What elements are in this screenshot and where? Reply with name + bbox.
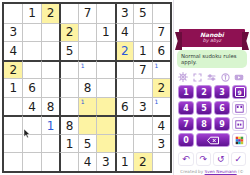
given-digit: 2: [139, 156, 147, 168]
cell-r9c2[interactable]: [22, 152, 40, 171]
cell-r2c2[interactable]: [22, 23, 40, 42]
cell-r7c7[interactable]: [115, 115, 133, 134]
given-digit: 5: [84, 138, 92, 150]
cell-r4c1[interactable]: 2: [4, 60, 22, 79]
digit-9-button[interactable]: 9: [214, 117, 230, 131]
digit-6-button[interactable]: 6: [214, 101, 230, 115]
cell-r4c6[interactable]: [96, 60, 114, 79]
given-digit: 3: [139, 101, 147, 113]
cell-r3c9[interactable]: 6: [152, 41, 170, 60]
cell-r5c1[interactable]: 1: [4, 78, 22, 97]
cell-r2c3[interactable]: [41, 23, 59, 42]
redo-button[interactable]: ↷: [196, 152, 212, 166]
cell-r7c5[interactable]: [78, 115, 96, 134]
cell-r4c5[interactable]: 1: [78, 60, 96, 79]
given-digit: 6: [28, 82, 36, 94]
cell-r2c6[interactable]: 1: [96, 23, 114, 42]
restart-button[interactable]: ↺: [213, 152, 229, 166]
cell-r5c6[interactable]: [96, 78, 114, 97]
given-digit: 6: [121, 101, 129, 113]
mouse-cursor-icon: [23, 124, 31, 134]
video-icon[interactable]: [234, 72, 244, 82]
given-digit: 7: [139, 64, 147, 76]
given-digit: 1: [102, 26, 110, 38]
cell-r4c3[interactable]: [41, 60, 59, 79]
cell-r2c8[interactable]: [133, 23, 151, 42]
given-digit: 4: [84, 156, 92, 168]
cell-r6c2[interactable]: 4: [22, 97, 40, 116]
given-digit: 5: [66, 45, 74, 57]
cell-r6c1[interactable]: [4, 97, 22, 116]
cell-r1c8[interactable]: 5: [133, 4, 151, 23]
given-digit: 4: [121, 26, 129, 38]
given-digit: 1: [66, 138, 74, 150]
cell-r6c7[interactable]: 6: [115, 97, 133, 116]
digit-4-button[interactable]: 4: [178, 101, 194, 115]
center-mark-mode-icon: [235, 120, 244, 129]
cell-r6c5[interactable]: 1: [78, 97, 96, 116]
cell-r3c3[interactable]: [41, 41, 59, 60]
cell-r1c4[interactable]: [59, 4, 77, 23]
digit-8-button[interactable]: 8: [196, 117, 212, 131]
given-digit: 1: [28, 7, 36, 19]
digit-5-button[interactable]: 5: [196, 101, 212, 115]
cell-r6c3[interactable]: 8: [41, 97, 59, 116]
display-settings-icon[interactable]: [206, 72, 216, 82]
cell-r3c2[interactable]: [22, 41, 40, 60]
cell-r1c9[interactable]: [152, 4, 170, 23]
rules-text: Normal sudoku rules apply.: [177, 50, 247, 68]
fullscreen-icon[interactable]: [192, 72, 202, 82]
cell-r4c8[interactable]: 7: [133, 60, 151, 79]
color-mode-icon: [235, 136, 244, 145]
given-digit: 2: [66, 26, 74, 38]
cell-r8c6[interactable]: [96, 134, 114, 153]
given-digit: 2: [157, 82, 165, 94]
given-digit: 4: [28, 101, 36, 113]
cell-r5c8[interactable]: [133, 78, 151, 97]
cell-r4c4[interactable]: [59, 60, 77, 79]
cell-r7c1[interactable]: [4, 115, 22, 134]
cell-r5c5[interactable]: 8: [78, 78, 96, 97]
cell-r8c8[interactable]: [133, 134, 151, 153]
given-digit: 7: [157, 26, 165, 38]
corner-mark-mode-icon: [235, 104, 244, 113]
given-digit: 3: [9, 26, 17, 38]
given-digit: 1: [139, 45, 147, 57]
cell-r8c4[interactable]: 1: [59, 134, 77, 153]
cell-r3c4[interactable]: 5: [59, 41, 77, 60]
given-digit: 3: [121, 7, 129, 19]
entered-digit: 1: [47, 120, 55, 132]
given-digit: 1: [121, 156, 129, 168]
cell-r6c4[interactable]: [59, 97, 77, 116]
cell-r5c2[interactable]: 6: [22, 78, 40, 97]
digit-2-button[interactable]: 2: [196, 85, 212, 99]
given-digit: 7: [84, 7, 92, 19]
corner-mark-mode-button[interactable]: [232, 101, 247, 115]
cell-r9c5[interactable]: 4: [78, 152, 96, 171]
sudoku-board: 127353214745216217116824816311841534312: [2, 2, 172, 173]
control-bar: ↶ ↷ ↺ ✓: [178, 152, 246, 166]
cell-r1c1[interactable]: [4, 4, 22, 23]
given-digit: 5: [139, 7, 147, 19]
cell-r5c4[interactable]: [59, 78, 77, 97]
cell-r9c3[interactable]: [41, 152, 59, 171]
digit-3-button[interactable]: 3: [214, 85, 230, 99]
cell-r5c7[interactable]: [115, 78, 133, 97]
given-digit: 4: [157, 120, 165, 132]
given-digit: 8: [66, 120, 74, 132]
cell-r6c8[interactable]: 3: [133, 97, 151, 116]
cell-r9c4[interactable]: [59, 152, 77, 171]
puzzle-title: Nanobi: [179, 31, 245, 38]
cell-r1c5[interactable]: 7: [78, 4, 96, 23]
cell-r1c2[interactable]: 1: [22, 4, 40, 23]
cell-r3c1[interactable]: 4: [4, 41, 22, 60]
given-digit: 3: [102, 156, 110, 168]
backspace-icon: [206, 136, 220, 145]
digit-7-button[interactable]: 7: [178, 117, 194, 131]
cell-r4c7[interactable]: [115, 60, 133, 79]
info-icon[interactable]: [220, 72, 230, 82]
cell-r1c7[interactable]: 3: [115, 4, 133, 23]
cell-r9c6[interactable]: 3: [96, 152, 114, 171]
cell-r6c9[interactable]: 1: [152, 97, 170, 116]
cell-r5c9[interactable]: 2: [152, 78, 170, 97]
toolbar: [178, 72, 246, 82]
cell-r7c8[interactable]: [133, 115, 151, 134]
cell-r3c7[interactable]: 2: [115, 41, 133, 60]
cell-r8c3[interactable]: [41, 134, 59, 153]
digit-0-button[interactable]: 0: [178, 133, 194, 147]
cell-r8c5[interactable]: 5: [78, 134, 96, 153]
given-digit: 8: [47, 101, 55, 113]
given-digit: 4: [9, 45, 17, 57]
cell-r9c1[interactable]: [4, 152, 22, 171]
cell-r3c6[interactable]: [96, 41, 114, 60]
cell-r7c3[interactable]: 1: [41, 115, 59, 134]
cell-r7c9[interactable]: 4: [152, 115, 170, 134]
corner-pencil-mark: 1: [155, 99, 159, 105]
cell-r7c6[interactable]: [96, 115, 114, 134]
cell-r7c4[interactable]: 8: [59, 115, 77, 134]
cell-r1c3[interactable]: 2: [41, 4, 59, 23]
cell-r9c9[interactable]: [152, 152, 170, 171]
cell-r3c8[interactable]: 1: [133, 41, 151, 60]
normal-mode-icon: 9: [235, 87, 245, 97]
cell-r6c6[interactable]: [96, 97, 114, 116]
given-digit: 6: [157, 45, 165, 57]
undo-button[interactable]: ↶: [178, 152, 194, 166]
puzzle-author: by abyz: [179, 38, 245, 44]
settings-gear-icon[interactable]: [178, 72, 188, 82]
check-button[interactable]: ✓: [231, 152, 247, 166]
given-digit: 1: [9, 82, 17, 94]
center-mark-mode-button[interactable]: [232, 117, 247, 131]
normal-mode-button[interactable]: 9: [232, 85, 247, 99]
backspace-button[interactable]: [196, 133, 230, 147]
cell-r8c9[interactable]: 3: [152, 134, 170, 153]
cell-r1c6[interactable]: [96, 4, 114, 23]
entered-digit: 2: [121, 45, 129, 57]
given-digit: 8: [84, 82, 92, 94]
numpad: 1 2 3 9 4 5 6 7 8 9 0: [178, 85, 246, 147]
puzzle-title-banner: Nanobi by abyz: [179, 29, 245, 47]
cell-r2c9[interactable]: 7: [152, 23, 170, 42]
cell-r2c7[interactable]: 4: [115, 23, 133, 42]
cell-r8c7[interactable]: [115, 134, 133, 153]
side-panel: Nanobi by abyz Normal sudoku rules apply…: [173, 0, 250, 175]
corner-pencil-mark: 1: [81, 63, 85, 69]
color-mode-button[interactable]: [232, 133, 247, 147]
cell-r4c2[interactable]: [22, 60, 40, 79]
corner-pencil-mark: 1: [155, 63, 159, 69]
given-digit: 2: [47, 7, 55, 19]
cell-r3c5[interactable]: [78, 41, 96, 60]
cell-r2c4[interactable]: 2: [59, 23, 77, 42]
corner-pencil-mark: 1: [81, 99, 85, 105]
cell-r2c1[interactable]: 3: [4, 23, 22, 42]
given-digit: 3: [157, 138, 165, 150]
digit-1-button[interactable]: 1: [178, 85, 194, 99]
given-digit: 2: [9, 64, 17, 76]
credit-line: Created by Sven Neumann (© 2020-2021): [177, 169, 247, 175]
cell-r5c3[interactable]: [41, 78, 59, 97]
cell-r9c8[interactable]: 2: [133, 152, 151, 171]
cell-r9c7[interactable]: 1: [115, 152, 133, 171]
cell-r2c5[interactable]: [78, 23, 96, 42]
cell-r4c9[interactable]: 1: [152, 60, 170, 79]
cell-r8c1[interactable]: [4, 134, 22, 153]
